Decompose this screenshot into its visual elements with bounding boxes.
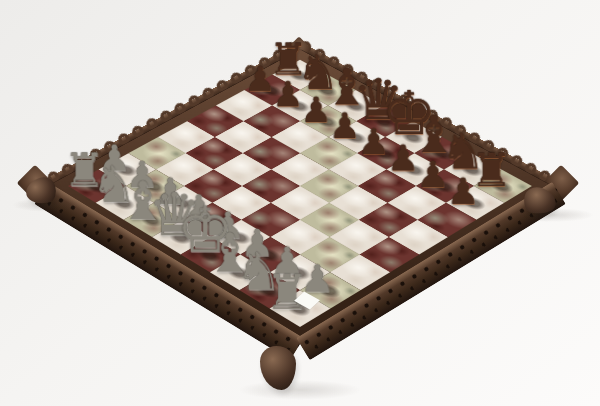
square-d6[interactable] bbox=[300, 137, 357, 169]
square-a6[interactable] bbox=[216, 90, 272, 121]
square-f6[interactable] bbox=[358, 169, 416, 202]
square-a8[interactable]: ♜ bbox=[272, 60, 327, 90]
square-e6[interactable] bbox=[329, 153, 387, 186]
square-b8[interactable]: ♞ bbox=[300, 75, 356, 106]
square-a7[interactable]: ♟ bbox=[244, 75, 300, 106]
square-d5[interactable] bbox=[271, 153, 329, 186]
black-pawn[interactable]: ♟ bbox=[268, 77, 308, 112]
square-b5[interactable] bbox=[215, 121, 272, 153]
black-pawn[interactable]: ♟ bbox=[296, 93, 336, 128]
square-c6[interactable] bbox=[272, 121, 329, 153]
black-king[interactable]: ♚ bbox=[382, 83, 422, 144]
black-pawn[interactable]: ♟ bbox=[442, 174, 483, 210]
square-a5[interactable] bbox=[187, 106, 243, 138]
floor-shadow bbox=[238, 380, 362, 400]
black-pawn[interactable]: ♟ bbox=[354, 124, 395, 160]
black-pawn[interactable]: ♟ bbox=[240, 62, 279, 97]
square-b6[interactable] bbox=[244, 106, 300, 138]
square-b4[interactable] bbox=[186, 137, 243, 169]
floor-shadow bbox=[512, 208, 594, 222]
black-bishop[interactable]: ♝ bbox=[411, 109, 452, 160]
black-rook[interactable]: ♜ bbox=[269, 37, 308, 81]
chess-set-photo: ♜♞♝♛♚♝♞♜♟♟♟♟♟♟♟♟♟♟♟♟♟♟♟♟♜♞♝♛♚♝♞♜ bbox=[0, 0, 600, 406]
square-b7[interactable]: ♟ bbox=[272, 90, 328, 121]
square-a4[interactable] bbox=[158, 121, 215, 153]
square-c4[interactable] bbox=[214, 153, 272, 186]
square-d8[interactable]: ♛ bbox=[356, 106, 412, 138]
chess-board: ♜♞♝♛♚♝♞♜♟♟♟♟♟♟♟♟♟♟♟♟♟♟♟♟♜♞♝♛♚♝♞♜ bbox=[68, 60, 532, 327]
black-knight[interactable]: ♞ bbox=[296, 48, 335, 96]
square-e7[interactable]: ♟ bbox=[357, 137, 414, 169]
black-queen[interactable]: ♛ bbox=[353, 71, 393, 128]
square-c8[interactable]: ♝ bbox=[328, 90, 384, 121]
square-c7[interactable]: ♟ bbox=[300, 106, 356, 138]
floor-shadow bbox=[12, 198, 84, 212]
square-c5[interactable] bbox=[243, 137, 300, 169]
square-d7[interactable]: ♟ bbox=[328, 121, 385, 153]
square-e8[interactable]: ♚ bbox=[385, 121, 442, 153]
black-pawn[interactable]: ♟ bbox=[325, 109, 365, 144]
black-bishop[interactable]: ♝ bbox=[324, 62, 364, 112]
